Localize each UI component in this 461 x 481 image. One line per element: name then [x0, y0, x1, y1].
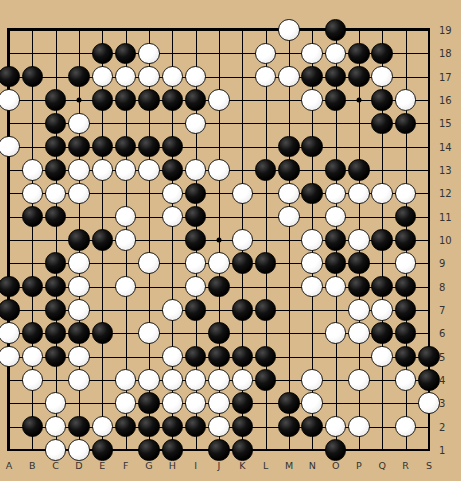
intersection-L6[interactable]: [254, 322, 277, 345]
intersection-R14[interactable]: [394, 135, 417, 158]
intersection-O17[interactable]: [324, 65, 347, 88]
intersection-F15[interactable]: [114, 112, 137, 135]
intersection-L11[interactable]: [254, 205, 277, 228]
intersection-N14[interactable]: [301, 135, 324, 158]
intersection-P19[interactable]: [347, 18, 370, 41]
intersection-I19[interactable]: [184, 18, 207, 41]
intersection-F6[interactable]: [114, 322, 137, 345]
intersection-D11[interactable]: [67, 205, 90, 228]
intersection-L3[interactable]: [254, 392, 277, 415]
intersection-Q1[interactable]: [371, 438, 394, 461]
intersection-C13[interactable]: [44, 158, 67, 181]
intersection-C18[interactable]: [44, 42, 67, 65]
intersection-Q4[interactable]: [371, 368, 394, 391]
intersection-G18[interactable]: [137, 42, 160, 65]
intersection-H16[interactable]: [161, 88, 184, 111]
intersection-N2[interactable]: [301, 415, 324, 438]
intersection-N7[interactable]: [301, 298, 324, 321]
intersection-K1[interactable]: [231, 438, 254, 461]
intersection-E16[interactable]: [91, 88, 114, 111]
intersection-J2[interactable]: [207, 415, 230, 438]
intersection-S1[interactable]: [417, 438, 440, 461]
intersection-R9[interactable]: [394, 252, 417, 275]
intersection-B17[interactable]: [21, 65, 44, 88]
intersection-J11[interactable]: [207, 205, 230, 228]
intersection-D13[interactable]: [67, 158, 90, 181]
intersection-G17[interactable]: [137, 65, 160, 88]
intersection-K9[interactable]: [231, 252, 254, 275]
intersection-G6[interactable]: [137, 322, 160, 345]
intersection-Q19[interactable]: [371, 18, 394, 41]
intersection-Q2[interactable]: [371, 415, 394, 438]
intersection-B5[interactable]: [21, 345, 44, 368]
intersection-D3[interactable]: [67, 392, 90, 415]
intersection-G8[interactable]: [137, 275, 160, 298]
intersection-L15[interactable]: [254, 112, 277, 135]
intersection-R10[interactable]: [394, 228, 417, 251]
intersection-I13[interactable]: [184, 158, 207, 181]
intersection-M2[interactable]: [277, 415, 300, 438]
intersection-S8[interactable]: [417, 275, 440, 298]
intersection-A7[interactable]: [0, 298, 21, 321]
intersection-A4[interactable]: [0, 368, 21, 391]
intersection-H14[interactable]: [161, 135, 184, 158]
intersection-D12[interactable]: [67, 182, 90, 205]
intersection-F19[interactable]: [114, 18, 137, 41]
intersection-K8[interactable]: [231, 275, 254, 298]
intersection-S5[interactable]: [417, 345, 440, 368]
intersection-S2[interactable]: [417, 415, 440, 438]
intersection-J9[interactable]: [207, 252, 230, 275]
intersection-Q17[interactable]: [371, 65, 394, 88]
intersection-G1[interactable]: [137, 438, 160, 461]
intersection-M18[interactable]: [277, 42, 300, 65]
intersection-F9[interactable]: [114, 252, 137, 275]
intersection-Q15[interactable]: [371, 112, 394, 135]
intersection-N15[interactable]: [301, 112, 324, 135]
intersection-M3[interactable]: [277, 392, 300, 415]
intersection-C11[interactable]: [44, 205, 67, 228]
intersection-S18[interactable]: [417, 42, 440, 65]
intersection-K6[interactable]: [231, 322, 254, 345]
intersection-B16[interactable]: [21, 88, 44, 111]
intersection-E7[interactable]: [91, 298, 114, 321]
intersection-J4[interactable]: [207, 368, 230, 391]
intersection-R5[interactable]: [394, 345, 417, 368]
intersection-E6[interactable]: [91, 322, 114, 345]
intersection-R7[interactable]: [394, 298, 417, 321]
intersection-C8[interactable]: [44, 275, 67, 298]
intersection-Q5[interactable]: [371, 345, 394, 368]
intersection-P11[interactable]: [347, 205, 370, 228]
intersection-G4[interactable]: [137, 368, 160, 391]
intersection-B2[interactable]: [21, 415, 44, 438]
intersection-R18[interactable]: [394, 42, 417, 65]
intersection-J8[interactable]: [207, 275, 230, 298]
intersection-I1[interactable]: [184, 438, 207, 461]
intersection-S4[interactable]: [417, 368, 440, 391]
intersection-P2[interactable]: [347, 415, 370, 438]
intersection-K2[interactable]: [231, 415, 254, 438]
intersection-B15[interactable]: [21, 112, 44, 135]
intersection-D16[interactable]: [67, 88, 90, 111]
intersection-R19[interactable]: [394, 18, 417, 41]
intersection-M12[interactable]: [277, 182, 300, 205]
intersection-N8[interactable]: [301, 275, 324, 298]
intersection-I3[interactable]: [184, 392, 207, 415]
intersection-D19[interactable]: [67, 18, 90, 41]
intersection-G2[interactable]: [137, 415, 160, 438]
intersection-M13[interactable]: [277, 158, 300, 181]
intersection-Q10[interactable]: [371, 228, 394, 251]
intersection-N1[interactable]: [301, 438, 324, 461]
intersection-D8[interactable]: [67, 275, 90, 298]
intersection-K4[interactable]: [231, 368, 254, 391]
intersection-L7[interactable]: [254, 298, 277, 321]
intersection-H9[interactable]: [161, 252, 184, 275]
intersection-S3[interactable]: [417, 392, 440, 415]
intersection-D7[interactable]: [67, 298, 90, 321]
intersection-O11[interactable]: [324, 205, 347, 228]
intersection-F3[interactable]: [114, 392, 137, 415]
intersection-M7[interactable]: [277, 298, 300, 321]
intersection-Q12[interactable]: [371, 182, 394, 205]
intersection-S7[interactable]: [417, 298, 440, 321]
intersection-A10[interactable]: [0, 228, 21, 251]
intersection-O10[interactable]: [324, 228, 347, 251]
intersection-F14[interactable]: [114, 135, 137, 158]
intersection-F5[interactable]: [114, 345, 137, 368]
intersection-O14[interactable]: [324, 135, 347, 158]
intersection-L12[interactable]: [254, 182, 277, 205]
intersection-R15[interactable]: [394, 112, 417, 135]
intersection-M17[interactable]: [277, 65, 300, 88]
intersection-H7[interactable]: [161, 298, 184, 321]
intersection-E12[interactable]: [91, 182, 114, 205]
intersection-E18[interactable]: [91, 42, 114, 65]
intersection-F7[interactable]: [114, 298, 137, 321]
intersection-R3[interactable]: [394, 392, 417, 415]
intersection-H2[interactable]: [161, 415, 184, 438]
intersection-J7[interactable]: [207, 298, 230, 321]
intersection-G19[interactable]: [137, 18, 160, 41]
intersection-A6[interactable]: [0, 322, 21, 345]
intersection-E14[interactable]: [91, 135, 114, 158]
intersection-S13[interactable]: [417, 158, 440, 181]
intersection-A12[interactable]: [0, 182, 21, 205]
intersection-Q16[interactable]: [371, 88, 394, 111]
intersection-M15[interactable]: [277, 112, 300, 135]
intersection-O16[interactable]: [324, 88, 347, 111]
intersection-M5[interactable]: [277, 345, 300, 368]
intersection-M11[interactable]: [277, 205, 300, 228]
intersection-J5[interactable]: [207, 345, 230, 368]
intersection-S15[interactable]: [417, 112, 440, 135]
intersection-D1[interactable]: [67, 438, 90, 461]
intersection-L16[interactable]: [254, 88, 277, 111]
intersection-L13[interactable]: [254, 158, 277, 181]
intersection-A13[interactable]: [0, 158, 21, 181]
intersection-F17[interactable]: [114, 65, 137, 88]
intersection-Q13[interactable]: [371, 158, 394, 181]
intersection-O3[interactable]: [324, 392, 347, 415]
intersection-I9[interactable]: [184, 252, 207, 275]
intersection-C2[interactable]: [44, 415, 67, 438]
intersection-B7[interactable]: [21, 298, 44, 321]
intersection-D6[interactable]: [67, 322, 90, 345]
intersection-A5[interactable]: [0, 345, 21, 368]
intersection-P3[interactable]: [347, 392, 370, 415]
intersection-N18[interactable]: [301, 42, 324, 65]
intersection-L4[interactable]: [254, 368, 277, 391]
intersection-J17[interactable]: [207, 65, 230, 88]
intersection-N12[interactable]: [301, 182, 324, 205]
intersection-D5[interactable]: [67, 345, 90, 368]
intersection-P9[interactable]: [347, 252, 370, 275]
intersection-B9[interactable]: [21, 252, 44, 275]
intersection-J14[interactable]: [207, 135, 230, 158]
intersection-L5[interactable]: [254, 345, 277, 368]
intersection-S12[interactable]: [417, 182, 440, 205]
intersection-P7[interactable]: [347, 298, 370, 321]
intersection-E1[interactable]: [91, 438, 114, 461]
intersection-S9[interactable]: [417, 252, 440, 275]
intersection-E11[interactable]: [91, 205, 114, 228]
intersection-M14[interactable]: [277, 135, 300, 158]
intersection-O9[interactable]: [324, 252, 347, 275]
intersection-F12[interactable]: [114, 182, 137, 205]
intersection-O4[interactable]: [324, 368, 347, 391]
intersection-H3[interactable]: [161, 392, 184, 415]
intersection-G15[interactable]: [137, 112, 160, 135]
intersection-B1[interactable]: [21, 438, 44, 461]
intersection-H15[interactable]: [161, 112, 184, 135]
intersection-L17[interactable]: [254, 65, 277, 88]
intersection-R13[interactable]: [394, 158, 417, 181]
intersection-J3[interactable]: [207, 392, 230, 415]
intersection-B10[interactable]: [21, 228, 44, 251]
intersection-G14[interactable]: [137, 135, 160, 158]
intersection-B8[interactable]: [21, 275, 44, 298]
intersection-I15[interactable]: [184, 112, 207, 135]
intersection-P8[interactable]: [347, 275, 370, 298]
intersection-O5[interactable]: [324, 345, 347, 368]
intersection-S17[interactable]: [417, 65, 440, 88]
intersection-O1[interactable]: [324, 438, 347, 461]
intersection-L8[interactable]: [254, 275, 277, 298]
intersection-C4[interactable]: [44, 368, 67, 391]
intersection-A14[interactable]: [0, 135, 21, 158]
intersection-H19[interactable]: [161, 18, 184, 41]
intersection-L2[interactable]: [254, 415, 277, 438]
intersection-E19[interactable]: [91, 18, 114, 41]
intersection-A17[interactable]: [0, 65, 21, 88]
intersection-H8[interactable]: [161, 275, 184, 298]
intersection-K14[interactable]: [231, 135, 254, 158]
intersection-G3[interactable]: [137, 392, 160, 415]
intersection-R16[interactable]: [394, 88, 417, 111]
intersection-I17[interactable]: [184, 65, 207, 88]
intersection-I8[interactable]: [184, 275, 207, 298]
intersection-Q7[interactable]: [371, 298, 394, 321]
intersection-E2[interactable]: [91, 415, 114, 438]
intersection-H10[interactable]: [161, 228, 184, 251]
intersection-K12[interactable]: [231, 182, 254, 205]
intersection-F11[interactable]: [114, 205, 137, 228]
intersection-A1[interactable]: [0, 438, 21, 461]
intersection-B12[interactable]: [21, 182, 44, 205]
intersection-C7[interactable]: [44, 298, 67, 321]
intersection-M10[interactable]: [277, 228, 300, 251]
intersection-S14[interactable]: [417, 135, 440, 158]
intersection-O19[interactable]: [324, 18, 347, 41]
intersection-P12[interactable]: [347, 182, 370, 205]
intersection-A16[interactable]: [0, 88, 21, 111]
intersection-L9[interactable]: [254, 252, 277, 275]
intersection-I2[interactable]: [184, 415, 207, 438]
intersection-S10[interactable]: [417, 228, 440, 251]
intersection-E5[interactable]: [91, 345, 114, 368]
intersection-C5[interactable]: [44, 345, 67, 368]
intersection-D9[interactable]: [67, 252, 90, 275]
intersection-F18[interactable]: [114, 42, 137, 65]
intersection-Q18[interactable]: [371, 42, 394, 65]
intersection-E3[interactable]: [91, 392, 114, 415]
intersection-F10[interactable]: [114, 228, 137, 251]
intersection-C6[interactable]: [44, 322, 67, 345]
intersection-A9[interactable]: [0, 252, 21, 275]
intersection-Q11[interactable]: [371, 205, 394, 228]
intersection-Q14[interactable]: [371, 135, 394, 158]
intersection-R11[interactable]: [394, 205, 417, 228]
intersection-E17[interactable]: [91, 65, 114, 88]
intersection-O7[interactable]: [324, 298, 347, 321]
intersection-B18[interactable]: [21, 42, 44, 65]
intersection-B14[interactable]: [21, 135, 44, 158]
intersection-I11[interactable]: [184, 205, 207, 228]
intersection-C9[interactable]: [44, 252, 67, 275]
intersection-Q8[interactable]: [371, 275, 394, 298]
intersection-M9[interactable]: [277, 252, 300, 275]
intersection-L1[interactable]: [254, 438, 277, 461]
intersection-R4[interactable]: [394, 368, 417, 391]
intersection-L19[interactable]: [254, 18, 277, 41]
intersection-B13[interactable]: [21, 158, 44, 181]
intersection-P17[interactable]: [347, 65, 370, 88]
intersection-C1[interactable]: [44, 438, 67, 461]
intersection-P1[interactable]: [347, 438, 370, 461]
intersection-M19[interactable]: [277, 18, 300, 41]
intersection-K7[interactable]: [231, 298, 254, 321]
intersection-F16[interactable]: [114, 88, 137, 111]
intersection-H13[interactable]: [161, 158, 184, 181]
intersection-N11[interactable]: [301, 205, 324, 228]
intersection-G13[interactable]: [137, 158, 160, 181]
intersection-G12[interactable]: [137, 182, 160, 205]
intersection-O18[interactable]: [324, 42, 347, 65]
intersection-H18[interactable]: [161, 42, 184, 65]
intersection-H11[interactable]: [161, 205, 184, 228]
intersection-D14[interactable]: [67, 135, 90, 158]
intersection-G7[interactable]: [137, 298, 160, 321]
intersection-E10[interactable]: [91, 228, 114, 251]
intersection-O2[interactable]: [324, 415, 347, 438]
intersection-J10[interactable]: [207, 228, 230, 251]
intersection-D15[interactable]: [67, 112, 90, 135]
intersection-F2[interactable]: [114, 415, 137, 438]
intersection-N17[interactable]: [301, 65, 324, 88]
intersection-N9[interactable]: [301, 252, 324, 275]
intersection-J12[interactable]: [207, 182, 230, 205]
intersection-C15[interactable]: [44, 112, 67, 135]
intersection-A11[interactable]: [0, 205, 21, 228]
intersection-M1[interactable]: [277, 438, 300, 461]
intersection-M6[interactable]: [277, 322, 300, 345]
intersection-K10[interactable]: [231, 228, 254, 251]
intersection-K3[interactable]: [231, 392, 254, 415]
intersection-F13[interactable]: [114, 158, 137, 181]
intersection-B11[interactable]: [21, 205, 44, 228]
intersection-B4[interactable]: [21, 368, 44, 391]
intersection-O8[interactable]: [324, 275, 347, 298]
intersection-Q3[interactable]: [371, 392, 394, 415]
intersection-S19[interactable]: [417, 18, 440, 41]
intersection-N4[interactable]: [301, 368, 324, 391]
intersection-I14[interactable]: [184, 135, 207, 158]
intersection-M4[interactable]: [277, 368, 300, 391]
intersection-E13[interactable]: [91, 158, 114, 181]
intersection-A2[interactable]: [0, 415, 21, 438]
intersection-S11[interactable]: [417, 205, 440, 228]
intersection-O12[interactable]: [324, 182, 347, 205]
intersection-C10[interactable]: [44, 228, 67, 251]
intersection-P14[interactable]: [347, 135, 370, 158]
intersection-G16[interactable]: [137, 88, 160, 111]
intersection-R6[interactable]: [394, 322, 417, 345]
intersection-K19[interactable]: [231, 18, 254, 41]
intersection-L10[interactable]: [254, 228, 277, 251]
intersection-D17[interactable]: [67, 65, 90, 88]
intersection-A19[interactable]: [0, 18, 21, 41]
intersection-C17[interactable]: [44, 65, 67, 88]
intersection-L18[interactable]: [254, 42, 277, 65]
intersection-J16[interactable]: [207, 88, 230, 111]
intersection-F8[interactable]: [114, 275, 137, 298]
intersection-R2[interactable]: [394, 415, 417, 438]
intersection-Q6[interactable]: [371, 322, 394, 345]
intersection-S16[interactable]: [417, 88, 440, 111]
intersection-I5[interactable]: [184, 345, 207, 368]
intersection-H1[interactable]: [161, 438, 184, 461]
intersection-J1[interactable]: [207, 438, 230, 461]
intersection-S6[interactable]: [417, 322, 440, 345]
intersection-A8[interactable]: [0, 275, 21, 298]
intersection-D10[interactable]: [67, 228, 90, 251]
intersection-G9[interactable]: [137, 252, 160, 275]
intersection-R12[interactable]: [394, 182, 417, 205]
intersection-M8[interactable]: [277, 275, 300, 298]
intersection-N19[interactable]: [301, 18, 324, 41]
intersection-N10[interactable]: [301, 228, 324, 251]
intersection-O15[interactable]: [324, 112, 347, 135]
intersection-C19[interactable]: [44, 18, 67, 41]
intersection-H5[interactable]: [161, 345, 184, 368]
intersection-I4[interactable]: [184, 368, 207, 391]
intersection-I12[interactable]: [184, 182, 207, 205]
intersection-D4[interactable]: [67, 368, 90, 391]
intersection-B19[interactable]: [21, 18, 44, 41]
intersection-K13[interactable]: [231, 158, 254, 181]
